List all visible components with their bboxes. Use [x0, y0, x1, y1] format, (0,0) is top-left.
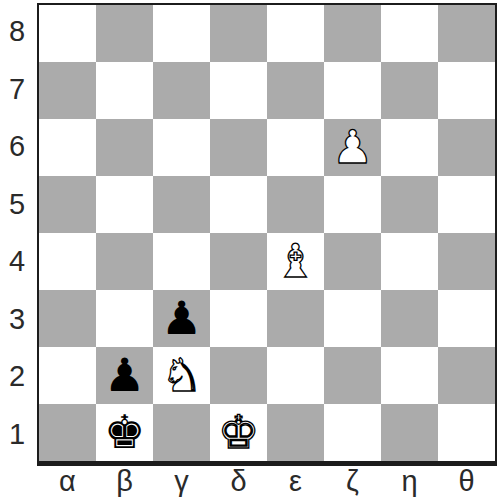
- file-label-eta: η: [381, 464, 438, 498]
- square-h2[interactable]: [438, 347, 495, 404]
- file-label-beta: β: [96, 464, 153, 498]
- square-d8[interactable]: [210, 5, 267, 62]
- square-d6[interactable]: [210, 119, 267, 176]
- square-f1[interactable]: [324, 404, 381, 461]
- square-h5[interactable]: [438, 176, 495, 233]
- rank-label-6: 6: [0, 118, 34, 176]
- rank-label-7: 7: [0, 61, 34, 119]
- square-c1[interactable]: [153, 404, 210, 461]
- black-pawn-on-c3[interactable]: ♟: [161, 295, 202, 341]
- square-c4[interactable]: [153, 233, 210, 290]
- square-e1[interactable]: [267, 404, 324, 461]
- rank-label-3: 3: [0, 291, 34, 349]
- square-b7[interactable]: [96, 62, 153, 119]
- file-label-theta: θ: [438, 464, 495, 498]
- white-knight-on-c2[interactable]: ♞: [161, 352, 202, 398]
- square-e4[interactable]: ♝: [267, 233, 324, 290]
- square-e6[interactable]: [267, 119, 324, 176]
- square-f4[interactable]: [324, 233, 381, 290]
- white-bishop-on-e4[interactable]: ♝: [275, 238, 316, 284]
- rank-label-2: 2: [0, 348, 34, 406]
- square-d1[interactable]: ♚: [210, 404, 267, 461]
- square-c3[interactable]: ♟: [153, 290, 210, 347]
- square-a4[interactable]: [39, 233, 96, 290]
- black-king-on-b1[interactable]: ♚: [104, 409, 145, 455]
- square-a7[interactable]: [39, 62, 96, 119]
- file-label-alpha: α: [39, 464, 96, 498]
- chess-diagram: 87654321 ♟♝♟♟♞♚♚ αβγδεζηθ: [0, 0, 500, 500]
- black-pawn-on-b2[interactable]: ♟: [104, 352, 145, 398]
- square-f2[interactable]: [324, 347, 381, 404]
- square-b3[interactable]: [96, 290, 153, 347]
- square-c6[interactable]: [153, 119, 210, 176]
- chess-board: ♟♝♟♟♞♚♚: [37, 3, 497, 466]
- square-b1[interactable]: ♚: [96, 404, 153, 461]
- square-c2[interactable]: ♞: [153, 347, 210, 404]
- square-d7[interactable]: [210, 62, 267, 119]
- square-f6[interactable]: ♟: [324, 119, 381, 176]
- square-h1[interactable]: [438, 404, 495, 461]
- rank-labels: 87654321: [0, 3, 34, 463]
- square-a6[interactable]: [39, 119, 96, 176]
- square-d4[interactable]: [210, 233, 267, 290]
- square-b4[interactable]: [96, 233, 153, 290]
- rank-label-4: 4: [0, 233, 34, 291]
- square-b8[interactable]: [96, 5, 153, 62]
- square-h7[interactable]: [438, 62, 495, 119]
- rank-label-8: 8: [0, 3, 34, 61]
- square-c7[interactable]: [153, 62, 210, 119]
- file-label-zeta: ζ: [324, 464, 381, 498]
- square-g3[interactable]: [381, 290, 438, 347]
- white-pawn-on-f6[interactable]: ♟: [332, 124, 373, 170]
- file-label-delta: δ: [210, 464, 267, 498]
- square-e3[interactable]: [267, 290, 324, 347]
- square-a5[interactable]: [39, 176, 96, 233]
- square-c5[interactable]: [153, 176, 210, 233]
- square-a2[interactable]: [39, 347, 96, 404]
- square-f7[interactable]: [324, 62, 381, 119]
- square-f5[interactable]: [324, 176, 381, 233]
- square-g8[interactable]: [381, 5, 438, 62]
- square-e8[interactable]: [267, 5, 324, 62]
- square-g6[interactable]: [381, 119, 438, 176]
- square-g7[interactable]: [381, 62, 438, 119]
- square-g2[interactable]: [381, 347, 438, 404]
- file-labels: αβγδεζηθ: [39, 464, 495, 498]
- square-d5[interactable]: [210, 176, 267, 233]
- rank-label-1: 1: [0, 406, 34, 464]
- square-h4[interactable]: [438, 233, 495, 290]
- square-h8[interactable]: [438, 5, 495, 62]
- square-g5[interactable]: [381, 176, 438, 233]
- file-label-gamma: γ: [153, 464, 210, 498]
- square-h6[interactable]: [438, 119, 495, 176]
- square-a8[interactable]: [39, 5, 96, 62]
- square-b5[interactable]: [96, 176, 153, 233]
- square-g1[interactable]: [381, 404, 438, 461]
- white-king-on-d1[interactable]: ♚: [218, 409, 259, 455]
- square-h3[interactable]: [438, 290, 495, 347]
- file-label-epsilon: ε: [267, 464, 324, 498]
- square-e7[interactable]: [267, 62, 324, 119]
- square-a1[interactable]: [39, 404, 96, 461]
- square-d2[interactable]: [210, 347, 267, 404]
- square-e2[interactable]: [267, 347, 324, 404]
- square-g4[interactable]: [381, 233, 438, 290]
- square-f8[interactable]: [324, 5, 381, 62]
- square-b6[interactable]: [96, 119, 153, 176]
- square-f3[interactable]: [324, 290, 381, 347]
- rank-label-5: 5: [0, 176, 34, 234]
- square-c8[interactable]: [153, 5, 210, 62]
- square-d3[interactable]: [210, 290, 267, 347]
- square-b2[interactable]: ♟: [96, 347, 153, 404]
- square-e5[interactable]: [267, 176, 324, 233]
- square-a3[interactable]: [39, 290, 96, 347]
